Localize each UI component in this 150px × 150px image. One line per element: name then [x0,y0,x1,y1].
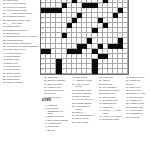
clue-item: 58Before, in verse [124,92,149,95]
cell-number: 13 [67,3,69,5]
clue-item: 48Wise old bird [1,68,39,71]
clue-item: 42Fastening pin [97,102,123,105]
cell-number: 40 [67,33,69,35]
clue-text: Diamond weight unit [6,29,39,32]
cell-number: 4 [57,0,58,1]
cell-number: 29 [103,18,105,20]
clue-item: 45Bakery buy [1,62,39,65]
clue-text: Pasta topper [6,78,39,81]
clue-text: Take it easy [75,76,96,79]
cell-number: 51 [113,48,115,50]
clue-text: Commander at Roanoke [6,42,39,45]
cell-number: 38 [103,28,105,30]
clue-column-bottom-1: 56Salad fish57Sound of thunder59Barnyard… [42,76,68,150]
clue-text: Wayside stopover [75,114,96,117]
clue-text: Out of fashion [75,95,96,98]
cell-number: 65 [98,64,100,66]
clue-item: 5"Just kidding!" [42,122,68,125]
clue-text: Neither's partner [102,89,123,92]
clue-item: 8Take it easy [70,76,96,79]
clue-item: 54Choir voice [124,86,149,89]
cell-number: 11 [124,0,126,1]
cell-number: 55 [67,54,69,56]
clue-item: 50Bread spread [1,72,39,75]
cell-number: 6 [77,0,78,1]
cell-number: 39 [41,33,43,35]
clue-text: Choir voice [129,86,149,89]
clue-text: Porcelain flaw [6,65,39,68]
clue-item: 14Well-off, after "in" [70,98,96,101]
clue-item: 53Pasta topper [1,78,39,81]
clue-item: 63Trial run [42,92,68,95]
clue-item: 36"The Sound of Music" backdrop [1,45,39,48]
clue-text: Prepare to propose [6,6,39,9]
cell-number: 20 [93,8,95,10]
clue-text: Holiday eve visitor [102,115,123,118]
clue-text: Well-off, after "in" [75,98,96,101]
cell-number: 67 [62,69,64,71]
clue-text: Evaluation adjustment, for short [47,107,68,115]
cell-number: 68 [98,69,100,71]
clue-item: 32Juicy fruit [97,83,123,86]
clue-item: 50Loudness unit [124,76,149,79]
clue-text: Shade of blue [6,25,39,28]
clue-item: 56Kind of tide [124,89,149,92]
clue-item: 60Chopping tool [124,96,149,99]
cell-number: 48 [82,48,84,50]
clue-item: 13Out of fashion [70,95,96,98]
cell-number: 22 [46,13,48,15]
cell-number: 53 [41,54,43,56]
clue-item: 40No-frills haircut [1,52,39,55]
clue-item: 12Coffee, slangily [70,92,96,95]
clue-text: Homeric epic [47,86,68,89]
clue-text: Trial run [47,92,68,95]
clue-item: 18Prepare to propose [1,6,39,9]
clue-item: 17Tree-lined walkway [1,2,39,5]
cell-number: 50 [108,48,110,50]
cell-number: 28 [77,18,79,20]
clue-item: 51River of Egypt [1,75,39,78]
clue-text: Charged bit [129,99,149,102]
cell-number: 12 [41,3,43,5]
clue-item: 33Kneading parlor [1,39,39,42]
cell-number: 41 [93,33,95,35]
clue-text: Coffee, slangily [75,92,96,95]
clue-text: Tiny swimmer [102,86,123,89]
clue-item: 21Telegraph pioneer [1,15,39,18]
clue-text: Juicy fruit [102,83,123,86]
cell-number: 42 [41,38,43,40]
cell-number: 46 [88,43,90,45]
clue-text: "Just kidding!" [47,122,68,125]
cell-number: 15 [98,3,100,5]
clue-item: 51Grand tale [124,79,149,82]
clue-item: 11Watchful period [70,89,96,92]
cell-number: 62 [103,59,105,61]
clue-item: 63Baseball stat [124,106,149,109]
clue-item: 43Citrus cooler [1,58,39,61]
clue-item: 19Witch's brew vessel [1,9,39,12]
clue-text: Baseball stat [129,106,149,109]
clue-item: 28Diamond weight unit [1,29,39,32]
clue-text: ___ Lanka (island nation) [6,12,39,15]
clue-item: 23Thanksgiving side dish [1,19,39,22]
cell-number: 7 [98,0,99,1]
cell-number: 57 [77,54,79,56]
cell-number: 21 [41,13,43,15]
clue-text: Energy [47,129,68,132]
clue-item: 38Game with a serve [1,48,39,51]
cell-number: 1 [41,0,42,1]
clue-item: 41Thoroughfare [1,55,39,58]
cell-number: 16 [103,3,105,5]
cell-number: 8 [108,0,109,1]
clue-item: 31"Shoo!" [97,79,123,82]
clue-text: Quarterback's option [75,105,96,110]
clue-item: 21Quarterback's option [70,105,96,110]
cell-number: 25 [82,13,84,15]
clue-item: 61Homeric epic [42,86,68,89]
clue-item: 37Warmup act [97,92,123,95]
clue-text: Chopping tool [129,96,149,99]
cell-number: 56 [72,54,74,56]
clue-item: 40Cupboard item [97,99,123,102]
clue-item: 7Energy [42,129,68,132]
clue-text: Spelling contest [47,89,68,92]
clue-text: Now or ___ [75,111,96,114]
clue-text: Majestic display [75,102,96,105]
cell-number: 45 [41,43,43,45]
cell-number: 34 [108,23,110,25]
clue-text: Garden intruder [6,81,39,84]
clue-item: 30Field yield [97,76,123,79]
clue-item: 55Garden intruder [1,81,39,84]
cell-number: 58 [108,54,110,56]
clue-text: Loudness unit [129,76,149,79]
clue-item: 29Lend a hand [70,121,96,124]
clue-item: 39Stick around [97,96,123,99]
clue-item: 67Sunbeam [124,116,149,119]
clue-item: 6Shed tears [42,125,68,128]
cell-number: 66 [41,69,43,71]
clue-text: Young fellow [129,109,149,112]
cell-number: 35 [41,28,43,30]
clue-text: Bread spread [6,72,39,75]
cell-number: 5 [67,0,68,1]
clue-text: Telegraph pioneer [6,15,39,18]
clue-text: Set a trap for [6,32,39,35]
cell-number: 60 [62,59,64,61]
cell-number: 17 [62,8,64,10]
clue-text: Citrus cooler [6,58,39,61]
clue-item: 35Commander at Roanoke [1,42,39,45]
clue-item: 27Speed check [70,117,96,120]
clue-text: Barnyard bleat [47,83,68,86]
clue-text: Shed tears [47,125,68,128]
clue-text: Signed off on [47,96,68,99]
cell-number: 18 [82,8,84,10]
clue-text: Thoroughfare [6,55,39,58]
clue-text: Bakery buy [6,62,39,65]
clue-text: River of Egypt [6,75,39,78]
clue-item: 4Early settler outpost [42,119,68,122]
clue-text: Wicked ___ of the West [102,109,123,114]
down-section-header: DOWN [42,100,68,103]
down-clue-column-2: 8Take it easy9Attractive quality10Have i… [70,76,96,150]
clue-item: 57Sound of thunder [42,79,68,82]
clue-text: Stick around [102,96,123,99]
clue-text: Surgeon's beam [102,118,123,121]
clue-item: 44Hardly any [97,106,123,109]
cell-number: 26 [118,13,120,15]
clue-item: 22Now or ___ [70,111,96,114]
clue-item: 65Signed off on [42,96,68,99]
clue-item: 47Holiday eve visitor [97,115,123,118]
clue-text: Have in one's hands [75,83,96,88]
clue-item: 56Salad fish [42,76,68,79]
clue-item: 61Charged bit [124,99,149,102]
cell-number: 31 [41,23,43,25]
clue-item: 66Compass dir. [124,112,149,115]
clue-text: Sunbeam [129,116,149,119]
clue-item: 34Tiny swimmer [97,86,123,89]
clue-item: 62Feathery wrap [124,102,149,105]
clue-text: Kneading parlor [6,39,39,42]
cell-number: 37 [98,28,100,30]
clue-text: Grand tale [129,79,149,82]
clue-item: 25"___ been had!" [1,22,39,25]
clue-item: 10Have in one's hands [70,83,96,88]
clue-item: 26Shade of blue [1,25,39,28]
clue-item: 2Evaluation adjustment, for short [42,107,68,115]
clue-text: Compass dir. [129,112,149,115]
clue-item: 3Came to ground [42,115,68,118]
cell-number: 44 [93,38,95,40]
clue-text: Game with a serve [6,48,39,51]
cell-number: 30 [113,18,115,20]
cell-number: 59 [41,59,43,61]
clue-item: 15Majestic display [70,102,96,105]
clue-text: Kind of tide [129,89,149,92]
clue-text: Hardly any [102,106,123,109]
clue-item: 9Attractive quality [70,79,96,82]
crossword-grid: 1234567891011121314151617181920212223242… [40,0,129,75]
clue-text: Came to ground [47,115,68,118]
cell-number: 9 [113,0,114,1]
clue-text: Shoemaker's helper, in folklore [6,35,39,38]
cell-number: 3 [52,0,53,1]
crossword-puzzle-page: { "game": "crossword", "grid": { "cols":… [0,0,150,150]
clue-text: "___ been had!" [6,22,39,25]
cell-number: 24 [57,13,59,15]
cell-number: 27 [41,18,43,20]
clue-text: Sound of thunder [47,79,68,82]
clue-text: Thanksgiving side dish [6,19,39,22]
cell-number: 32 [72,23,74,25]
clue-item: 20___ Lanka (island nation) [1,12,39,15]
clue-text: "Shoo!" [102,79,123,82]
cell-number: 19 [88,8,90,10]
cell-number: 47 [52,48,54,50]
clue-text: Watchful period [75,89,96,92]
down-clue-column-4: 50Loudness unit51Grand tale52Tidy54Choir… [124,76,149,150]
cell-number: 49 [98,48,100,50]
clue-item: 62Spelling contest [42,89,68,92]
cell-number: 63 [41,64,43,66]
clue-text: Cupboard item [102,99,123,102]
clue-text: Field yield [102,76,123,79]
clue-text: Tree-lined walkway [6,2,39,5]
down-clue-column-3: 30Field yield31"Shoo!"32Juicy fruit34Tin… [97,76,123,150]
clue-text: Warmup act [102,92,123,95]
cell-number: 61 [98,59,100,61]
cell-number: 23 [52,13,54,15]
clue-item: 46Wicked ___ of the West [97,109,123,114]
cell-number: 64 [62,64,64,66]
cell-number: 36 [67,28,69,30]
clue-item: 1Highbrow [42,104,68,107]
clue-text: Attractive quality [75,79,96,82]
clue-text: Feathery wrap [129,102,149,105]
clue-text: Before, in verse [129,92,149,95]
cell-number: 52 [118,48,120,50]
clue-item: 59Barnyard bleat [42,83,68,86]
clue-text: Early settler outpost [47,119,68,122]
clue-text: Fastening pin [102,102,123,105]
clue-item: 64Young fellow [124,109,149,112]
clue-text: Wise old bird [6,68,39,71]
cell-number: 43 [62,38,64,40]
cell-number: 33 [98,23,100,25]
clue-text: Salad fish [47,76,68,79]
cell-number: 2 [46,0,47,1]
clue-item: 49Surgeon's beam [97,118,123,121]
clue-text: No-frills haircut [6,52,39,55]
grid-cell[interactable] [123,69,128,74]
cell-number: 14 [72,3,74,5]
clue-item: 46Porcelain flaw [1,65,39,68]
cell-number: 54 [46,54,48,56]
cell-number: 10 [118,0,120,1]
clue-item: 30Set a trap for [1,32,39,35]
clue-text: Witch's brew vessel [6,9,39,12]
clue-text: Lend a hand [75,121,96,124]
clue-item: 24Wayside stopover [70,114,96,117]
clue-item: 52Tidy [124,83,149,86]
across-clue-column-left: 16Opera solo17Tree-lined walkway18Prepar… [1,0,39,150]
clue-text: Speed check [75,117,96,120]
clue-item: 31Shoemaker's helper, in folklore [1,35,39,38]
clue-text: "The Sound of Music" backdrop [6,45,39,48]
clue-text: Tidy [129,83,149,86]
clue-item: 35Neither's partner [97,89,123,92]
clue-text: Highbrow [47,104,68,107]
